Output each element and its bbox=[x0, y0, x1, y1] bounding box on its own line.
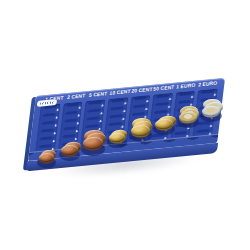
product-photo: 1 CENT2 CENT5 CENT10 CENT20 CENT50 CENT1… bbox=[0, 0, 250, 250]
coins-layer bbox=[0, 0, 250, 250]
